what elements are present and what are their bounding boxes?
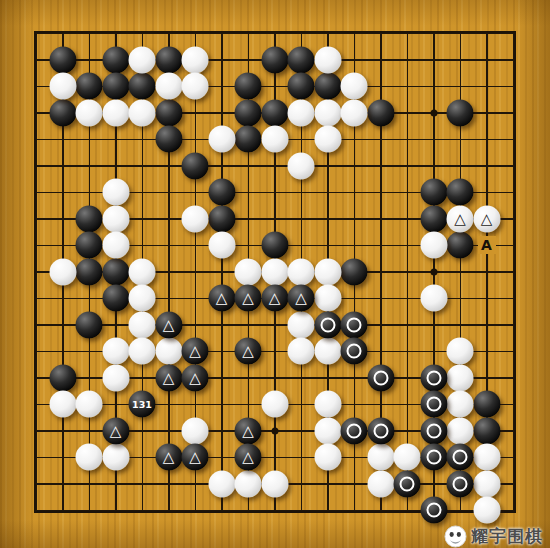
black-stone [76,205,103,232]
triangle-marker: △ [242,291,254,306]
white-stone [473,497,500,524]
white-stone [473,470,500,497]
white-stone [314,417,341,444]
white-stone [208,126,235,153]
white-stone [420,232,447,259]
black-stone-triangle-marked: △ [182,364,209,391]
white-stone [394,444,421,471]
black-stone [76,232,103,259]
white-stone [314,285,341,312]
white-stone [129,338,156,365]
white-stone [49,73,76,100]
white-stone [447,338,474,365]
black-stone [314,73,341,100]
triangle-marker: △ [163,370,175,385]
hoshi-point [271,427,278,434]
white-stone [76,99,103,126]
black-stone [367,99,394,126]
triangle-marker: △ [163,317,175,332]
white-stone [208,232,235,259]
circle-marker [426,423,441,438]
white-stone [102,99,129,126]
black-stone [155,46,182,73]
white-stone [129,99,156,126]
black-stone [420,179,447,206]
black-stone [76,311,103,338]
black-stone-circle-marked [420,391,447,418]
black-stone-triangle-marked: △ [155,311,182,338]
move-number-label: 131 [132,399,152,410]
white-stone [288,311,315,338]
black-stone [102,73,129,100]
black-stone [49,364,76,391]
black-stone [473,391,500,418]
circle-marker [400,476,415,491]
black-stone-triangle-marked: △ [155,364,182,391]
white-stone [129,46,156,73]
black-stone-circle-marked [447,444,474,471]
white-stone [102,444,129,471]
black-stone [76,73,103,100]
black-stone [155,99,182,126]
circle-marker [426,503,441,518]
white-stone [76,391,103,418]
white-stone [49,258,76,285]
white-stone [182,73,209,100]
white-stone [341,73,368,100]
black-stone-triangle-marked: △ [155,444,182,471]
white-stone [261,391,288,418]
white-stone [261,470,288,497]
white-stone [155,73,182,100]
circle-marker [347,423,362,438]
white-stone-triangle-marked: △ [473,205,500,232]
white-stone [182,46,209,73]
black-stone [288,73,315,100]
black-stone-circle-marked [394,470,421,497]
black-stone-triangle-marked: △ [208,285,235,312]
circle-marker [373,423,388,438]
white-stone [314,99,341,126]
black-stone-circle-marked [367,417,394,444]
black-stone-triangle-marked: △ [182,338,209,365]
white-stone [102,205,129,232]
black-stone [235,99,262,126]
triangle-marker: △ [242,423,254,438]
stones-layer: △△△△△△△△△△△△△△△△131A [36,33,514,511]
white-stone [314,46,341,73]
black-stone-triangle-marked: △ [288,285,315,312]
black-stone-circle-marked [341,338,368,365]
white-stone [102,338,129,365]
triangle-marker: △ [481,211,493,226]
white-stone [129,285,156,312]
black-stone-triangle-marked: △ [235,417,262,444]
black-stone [261,232,288,259]
white-stone [367,470,394,497]
white-stone [261,126,288,153]
white-stone [261,258,288,285]
black-stone [447,232,474,259]
black-stone [155,126,182,153]
circle-marker [347,344,362,359]
black-stone [473,417,500,444]
black-stone-circle-marked [341,311,368,338]
triangle-marker: △ [163,450,175,465]
hoshi-point [430,109,437,116]
white-stone [288,338,315,365]
white-stone [314,338,341,365]
white-stone [76,444,103,471]
triangle-marker: △ [216,291,228,306]
white-stone [367,444,394,471]
white-stone [447,364,474,391]
black-stone-circle-marked [420,364,447,391]
circle-marker [426,370,441,385]
triangle-marker: △ [189,450,201,465]
watermark-logo-icon [444,525,467,548]
white-stone [447,417,474,444]
black-stone [129,73,156,100]
black-stone-triangle-marked: △ [235,444,262,471]
white-stone [155,338,182,365]
white-stone-triangle-marked: △ [447,205,474,232]
circle-marker [453,450,468,465]
white-stone [235,258,262,285]
circle-marker [426,397,441,412]
black-stone [49,99,76,126]
black-stone-circle-marked [341,417,368,444]
white-stone [314,391,341,418]
black-stone-circle-marked [447,470,474,497]
black-stone [208,205,235,232]
white-stone [473,444,500,471]
black-stone [76,258,103,285]
black-stone-move-number: 131 [129,391,156,418]
white-stone [102,179,129,206]
white-stone [49,391,76,418]
black-stone [102,258,129,285]
black-stone [49,46,76,73]
black-stone [261,99,288,126]
triangle-marker: △ [242,344,254,359]
white-stone [182,205,209,232]
black-stone-triangle-marked: △ [235,285,262,312]
triangle-marker: △ [269,291,281,306]
white-stone [208,470,235,497]
white-stone [102,232,129,259]
black-stone [341,258,368,285]
circle-marker [347,317,362,332]
black-stone [288,46,315,73]
watermark-text: 耀宇围棋 [471,525,543,548]
black-stone [261,46,288,73]
circle-marker [453,476,468,491]
point-label-A: A [478,236,496,254]
black-stone-circle-marked [314,311,341,338]
white-stone [288,99,315,126]
watermark: 耀宇围棋 [444,525,543,548]
black-stone-circle-marked [420,444,447,471]
white-stone [129,311,156,338]
hoshi-point [430,268,437,275]
black-stone-triangle-marked: △ [235,338,262,365]
white-stone [420,285,447,312]
black-stone [182,152,209,179]
black-stone-circle-marked [420,497,447,524]
triangle-marker: △ [295,291,307,306]
white-stone [102,364,129,391]
triangle-marker: △ [242,450,254,465]
white-stone [129,258,156,285]
white-stone [314,126,341,153]
black-stone [102,285,129,312]
black-stone [420,205,447,232]
white-stone [314,258,341,285]
black-stone [208,179,235,206]
circle-marker [320,317,335,332]
white-stone [314,444,341,471]
black-stone [235,73,262,100]
black-stone-triangle-marked: △ [182,444,209,471]
white-stone [288,258,315,285]
white-stone [288,152,315,179]
white-stone [341,99,368,126]
triangle-marker: △ [189,370,201,385]
black-stone-circle-marked [420,417,447,444]
circle-marker [426,450,441,465]
black-stone-circle-marked [367,364,394,391]
black-stone-triangle-marked: △ [102,417,129,444]
white-stone [182,417,209,444]
go-diagram: △△△△△△△△△△△△△△△△131A 耀宇围棋 [0,0,550,548]
circle-marker [373,370,388,385]
black-stone [447,179,474,206]
triangle-marker: △ [189,344,201,359]
white-stone [235,470,262,497]
black-stone [235,126,262,153]
triangle-marker: △ [110,423,122,438]
black-stone-triangle-marked: △ [261,285,288,312]
white-stone [447,391,474,418]
black-stone [102,46,129,73]
black-stone [447,99,474,126]
triangle-marker: △ [454,211,466,226]
